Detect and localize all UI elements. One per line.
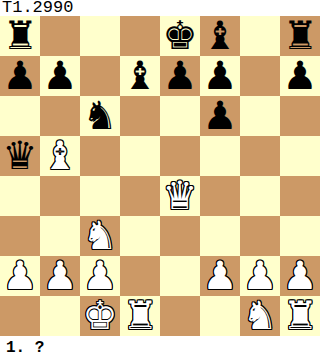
square-f2[interactable]: ♟ xyxy=(200,256,240,296)
black-bishop[interactable]: ♝ xyxy=(203,16,238,56)
square-e7[interactable]: ♟ xyxy=(160,56,200,96)
square-h8[interactable]: ♜ xyxy=(280,16,320,56)
white-king[interactable]: ♚ xyxy=(83,296,118,336)
square-a2[interactable]: ♟ xyxy=(0,256,40,296)
square-f5[interactable] xyxy=(200,136,240,176)
white-pawn[interactable]: ♟ xyxy=(243,256,278,296)
square-d6[interactable] xyxy=(120,96,160,136)
square-g6[interactable] xyxy=(240,96,280,136)
square-c5[interactable] xyxy=(80,136,120,176)
square-h1[interactable]: ♜ xyxy=(280,296,320,336)
chess-board: ♜♚♝♜♟♟♝♟♟♟♞♟♛♝♛♞♟♟♟♟♟♟♚♜♞♜ xyxy=(0,16,320,336)
square-b6[interactable] xyxy=(40,96,80,136)
black-knight[interactable]: ♞ xyxy=(83,96,118,136)
square-a3[interactable] xyxy=(0,216,40,256)
square-c6[interactable]: ♞ xyxy=(80,96,120,136)
square-g5[interactable] xyxy=(240,136,280,176)
white-rook[interactable]: ♜ xyxy=(283,296,318,336)
white-queen[interactable]: ♛ xyxy=(163,176,198,216)
square-g7[interactable] xyxy=(240,56,280,96)
square-f7[interactable]: ♟ xyxy=(200,56,240,96)
black-rook[interactable]: ♜ xyxy=(283,16,318,56)
square-a6[interactable] xyxy=(0,96,40,136)
square-e4[interactable]: ♛ xyxy=(160,176,200,216)
square-c1[interactable]: ♚ xyxy=(80,296,120,336)
square-g1[interactable]: ♞ xyxy=(240,296,280,336)
black-pawn[interactable]: ♟ xyxy=(283,56,318,96)
black-bishop[interactable]: ♝ xyxy=(123,56,158,96)
square-e5[interactable] xyxy=(160,136,200,176)
square-f6[interactable]: ♟ xyxy=(200,96,240,136)
square-d4[interactable] xyxy=(120,176,160,216)
square-c2[interactable]: ♟ xyxy=(80,256,120,296)
square-a4[interactable] xyxy=(0,176,40,216)
square-b3[interactable] xyxy=(40,216,80,256)
white-knight[interactable]: ♞ xyxy=(243,296,278,336)
black-queen[interactable]: ♛ xyxy=(3,136,38,176)
square-c3[interactable]: ♞ xyxy=(80,216,120,256)
square-d5[interactable] xyxy=(120,136,160,176)
black-pawn[interactable]: ♟ xyxy=(203,96,238,136)
square-b1[interactable] xyxy=(40,296,80,336)
black-rook[interactable]: ♜ xyxy=(3,16,38,56)
square-h7[interactable]: ♟ xyxy=(280,56,320,96)
square-e2[interactable] xyxy=(160,256,200,296)
square-b2[interactable]: ♟ xyxy=(40,256,80,296)
square-c7[interactable] xyxy=(80,56,120,96)
square-h6[interactable] xyxy=(280,96,320,136)
square-h2[interactable]: ♟ xyxy=(280,256,320,296)
square-b4[interactable] xyxy=(40,176,80,216)
square-d1[interactable]: ♜ xyxy=(120,296,160,336)
black-pawn[interactable]: ♟ xyxy=(43,56,78,96)
square-b7[interactable]: ♟ xyxy=(40,56,80,96)
square-a5[interactable]: ♛ xyxy=(0,136,40,176)
square-d3[interactable] xyxy=(120,216,160,256)
square-g8[interactable] xyxy=(240,16,280,56)
square-e6[interactable] xyxy=(160,96,200,136)
problem-id-label: T1.2990 xyxy=(0,0,320,16)
white-pawn[interactable]: ♟ xyxy=(283,256,318,296)
black-pawn[interactable]: ♟ xyxy=(163,56,198,96)
square-d7[interactable]: ♝ xyxy=(120,56,160,96)
square-h3[interactable] xyxy=(280,216,320,256)
square-f1[interactable] xyxy=(200,296,240,336)
square-f8[interactable]: ♝ xyxy=(200,16,240,56)
white-pawn[interactable]: ♟ xyxy=(43,256,78,296)
square-e1[interactable] xyxy=(160,296,200,336)
white-pawn[interactable]: ♟ xyxy=(3,256,38,296)
white-rook[interactable]: ♜ xyxy=(123,296,158,336)
square-h5[interactable] xyxy=(280,136,320,176)
square-f4[interactable] xyxy=(200,176,240,216)
black-pawn[interactable]: ♟ xyxy=(203,56,238,96)
square-a1[interactable] xyxy=(0,296,40,336)
square-d8[interactable] xyxy=(120,16,160,56)
square-g3[interactable] xyxy=(240,216,280,256)
square-b8[interactable] xyxy=(40,16,80,56)
square-h4[interactable] xyxy=(280,176,320,216)
white-knight[interactable]: ♞ xyxy=(83,216,118,256)
square-b5[interactable]: ♝ xyxy=(40,136,80,176)
square-a7[interactable]: ♟ xyxy=(0,56,40,96)
black-king[interactable]: ♚ xyxy=(163,16,198,56)
square-e3[interactable] xyxy=(160,216,200,256)
white-bishop[interactable]: ♝ xyxy=(43,136,78,176)
square-g2[interactable]: ♟ xyxy=(240,256,280,296)
white-pawn[interactable]: ♟ xyxy=(203,256,238,296)
square-e8[interactable]: ♚ xyxy=(160,16,200,56)
square-g4[interactable] xyxy=(240,176,280,216)
square-d2[interactable] xyxy=(120,256,160,296)
square-a8[interactable]: ♜ xyxy=(0,16,40,56)
move-prompt: 1. ? xyxy=(0,336,320,360)
square-f3[interactable] xyxy=(200,216,240,256)
black-pawn[interactable]: ♟ xyxy=(3,56,38,96)
chess-app-window: T1.2990 ♜♚♝♜♟♟♝♟♟♟♞♟♛♝♛♞♟♟♟♟♟♟♚♜♞♜ 1. ? xyxy=(0,0,320,360)
square-c4[interactable] xyxy=(80,176,120,216)
square-c8[interactable] xyxy=(80,16,120,56)
white-pawn[interactable]: ♟ xyxy=(83,256,118,296)
